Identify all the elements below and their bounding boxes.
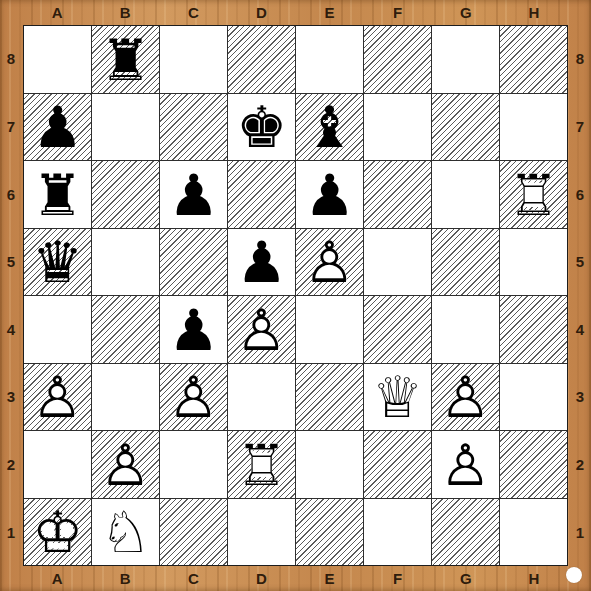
file-label-e: E xyxy=(296,566,364,591)
square-d7[interactable]: ♚ xyxy=(228,94,295,161)
square-d2[interactable]: ♜♖ xyxy=(228,431,295,498)
piece-black-pawn[interactable]: ♟ xyxy=(233,233,290,290)
square-b5[interactable] xyxy=(92,229,159,296)
square-h6[interactable]: ♜♖ xyxy=(500,161,567,228)
file-label-f: F xyxy=(364,566,432,591)
square-d8[interactable] xyxy=(228,26,295,93)
white-to-move-indicator xyxy=(566,567,582,583)
square-a3[interactable]: ♟♙ xyxy=(24,364,91,431)
piece-outline-glyph: ♙ xyxy=(301,233,358,290)
piece-white-rook[interactable]: ♜♖ xyxy=(233,436,290,493)
square-e1[interactable] xyxy=(296,499,363,566)
rank-label-5: 5 xyxy=(0,228,22,296)
square-h4[interactable] xyxy=(500,296,567,363)
rank-label-1: 1 xyxy=(569,498,591,566)
file-label-d: D xyxy=(227,566,295,591)
file-label-h: H xyxy=(500,566,568,591)
square-c7[interactable] xyxy=(160,94,227,161)
piece-outline-glyph: ♖ xyxy=(233,436,290,493)
piece-black-rook[interactable]: ♜ xyxy=(29,166,86,223)
square-f8[interactable] xyxy=(364,26,431,93)
square-f1[interactable] xyxy=(364,499,431,566)
square-c4[interactable]: ♟ xyxy=(160,296,227,363)
square-e5[interactable]: ♟♙ xyxy=(296,229,363,296)
piece-outline-glyph: ♙ xyxy=(165,368,222,425)
piece-outline-glyph: ♙ xyxy=(437,436,494,493)
piece-outline-glyph: ♘ xyxy=(97,503,154,560)
piece-white-king[interactable]: ♚♔ xyxy=(29,503,86,560)
piece-solid-glyph: ♝ xyxy=(301,98,358,155)
piece-black-pawn[interactable]: ♟ xyxy=(165,301,222,358)
square-b7[interactable] xyxy=(92,94,159,161)
square-c2[interactable] xyxy=(160,431,227,498)
rank-label-3: 3 xyxy=(0,363,22,431)
square-e2[interactable] xyxy=(296,431,363,498)
square-b8[interactable]: ♜ xyxy=(92,26,159,93)
piece-white-pawn[interactable]: ♟♙ xyxy=(437,436,494,493)
rank-label-6: 6 xyxy=(0,160,22,228)
file-label-c: C xyxy=(159,0,227,24)
rank-label-8: 8 xyxy=(0,25,22,93)
rank-label-2: 2 xyxy=(569,431,591,499)
square-f6[interactable] xyxy=(364,161,431,228)
rank-label-4: 4 xyxy=(0,296,22,364)
rank-labels-right: 87654321 xyxy=(569,25,591,566)
square-c1[interactable] xyxy=(160,499,227,566)
rank-label-6: 6 xyxy=(569,160,591,228)
square-b6[interactable] xyxy=(92,161,159,228)
square-a7[interactable]: ♟ xyxy=(24,94,91,161)
piece-white-pawn[interactable]: ♟♙ xyxy=(437,368,494,425)
file-label-e: E xyxy=(296,0,364,24)
square-h2[interactable] xyxy=(500,431,567,498)
square-a4[interactable] xyxy=(24,296,91,363)
piece-outline-glyph: ♙ xyxy=(233,301,290,358)
square-d4[interactable]: ♟♙ xyxy=(228,296,295,363)
rank-label-5: 5 xyxy=(569,228,591,296)
square-c3[interactable]: ♟♙ xyxy=(160,364,227,431)
square-f5[interactable] xyxy=(364,229,431,296)
square-g7[interactable] xyxy=(432,94,499,161)
square-a1[interactable]: ♚♔ xyxy=(24,499,91,566)
piece-solid-glyph: ♚ xyxy=(233,98,290,155)
rank-label-4: 4 xyxy=(569,296,591,364)
square-a5[interactable]: ♛ xyxy=(24,229,91,296)
piece-solid-glyph: ♜ xyxy=(29,166,86,223)
rank-label-8: 8 xyxy=(569,25,591,93)
square-d6[interactable] xyxy=(228,161,295,228)
piece-white-knight[interactable]: ♞♘ xyxy=(97,503,154,560)
square-h8[interactable] xyxy=(500,26,567,93)
piece-outline-glyph: ♙ xyxy=(29,368,86,425)
file-label-g: G xyxy=(432,0,500,24)
file-label-c: C xyxy=(159,566,227,591)
square-e8[interactable] xyxy=(296,26,363,93)
piece-black-pawn[interactable]: ♟ xyxy=(301,166,358,223)
square-g4[interactable] xyxy=(432,296,499,363)
square-e7[interactable]: ♝ xyxy=(296,94,363,161)
file-labels-top: ABCDEFGH xyxy=(23,0,568,24)
square-a6[interactable]: ♜ xyxy=(24,161,91,228)
piece-solid-glyph: ♟ xyxy=(165,301,222,358)
piece-black-bishop[interactable]: ♝ xyxy=(301,98,358,155)
rank-label-1: 1 xyxy=(0,498,22,566)
piece-white-pawn[interactable]: ♟♙ xyxy=(165,368,222,425)
piece-white-pawn[interactable]: ♟♙ xyxy=(29,368,86,425)
piece-black-queen[interactable]: ♛ xyxy=(29,233,86,290)
file-label-a: A xyxy=(23,566,91,591)
file-label-g: G xyxy=(432,566,500,591)
board-frame: ABCDEFGH ABCDEFGH 87654321 87654321 ♜♟♚♝… xyxy=(0,0,591,591)
square-g3[interactable]: ♟♙ xyxy=(432,364,499,431)
square-g5[interactable] xyxy=(432,229,499,296)
piece-white-queen[interactable]: ♛♕ xyxy=(369,368,426,425)
file-label-h: H xyxy=(500,0,568,24)
square-g6[interactable] xyxy=(432,161,499,228)
chess-board: ♜♟♚♝♜♟♟♜♖♛♟♟♙♟♟♙♟♙♟♙♛♕♟♙♟♙♜♖♟♙♚♔♞♘ xyxy=(23,25,568,566)
square-h7[interactable] xyxy=(500,94,567,161)
piece-outline-glyph: ♔ xyxy=(29,503,86,560)
piece-solid-glyph: ♟ xyxy=(165,166,222,223)
rank-label-2: 2 xyxy=(0,431,22,499)
piece-outline-glyph: ♙ xyxy=(437,368,494,425)
file-label-b: B xyxy=(91,566,159,591)
square-g1[interactable] xyxy=(432,499,499,566)
square-b4[interactable] xyxy=(92,296,159,363)
square-c6[interactable]: ♟ xyxy=(160,161,227,228)
file-labels-bottom: ABCDEFGH xyxy=(23,566,568,591)
square-a8[interactable] xyxy=(24,26,91,93)
square-d5[interactable]: ♟ xyxy=(228,229,295,296)
piece-white-pawn[interactable]: ♟♙ xyxy=(97,436,154,493)
square-b2[interactable]: ♟♙ xyxy=(92,431,159,498)
piece-white-rook[interactable]: ♜♖ xyxy=(505,166,562,223)
square-f4[interactable] xyxy=(364,296,431,363)
piece-solid-glyph: ♟ xyxy=(301,166,358,223)
square-g2[interactable]: ♟♙ xyxy=(432,431,499,498)
square-d1[interactable] xyxy=(228,499,295,566)
square-f2[interactable] xyxy=(364,431,431,498)
rank-labels-left: 87654321 xyxy=(0,25,22,566)
square-h1[interactable] xyxy=(500,499,567,566)
square-c5[interactable] xyxy=(160,229,227,296)
piece-black-king[interactable]: ♚ xyxy=(233,98,290,155)
square-a2[interactable] xyxy=(24,431,91,498)
square-e6[interactable]: ♟ xyxy=(296,161,363,228)
square-d3[interactable] xyxy=(228,364,295,431)
rank-label-7: 7 xyxy=(0,93,22,161)
square-b1[interactable]: ♞♘ xyxy=(92,499,159,566)
piece-white-pawn[interactable]: ♟♙ xyxy=(233,301,290,358)
piece-solid-glyph: ♛ xyxy=(29,233,86,290)
piece-solid-glyph: ♟ xyxy=(29,98,86,155)
file-label-d: D xyxy=(227,0,295,24)
piece-outline-glyph: ♖ xyxy=(505,166,562,223)
piece-white-pawn[interactable]: ♟♙ xyxy=(301,233,358,290)
piece-black-rook[interactable]: ♜ xyxy=(97,31,154,88)
piece-solid-glyph: ♟ xyxy=(233,233,290,290)
square-f3[interactable]: ♛♕ xyxy=(364,364,431,431)
square-b3[interactable] xyxy=(92,364,159,431)
piece-black-pawn[interactable]: ♟ xyxy=(165,166,222,223)
piece-outline-glyph: ♙ xyxy=(97,436,154,493)
rank-label-3: 3 xyxy=(569,363,591,431)
square-c8[interactable] xyxy=(160,26,227,93)
file-label-b: B xyxy=(91,0,159,24)
piece-black-pawn[interactable]: ♟ xyxy=(29,98,86,155)
piece-outline-glyph: ♕ xyxy=(369,368,426,425)
square-h5[interactable] xyxy=(500,229,567,296)
square-e3[interactable] xyxy=(296,364,363,431)
square-e4[interactable] xyxy=(296,296,363,363)
file-label-a: A xyxy=(23,0,91,24)
file-label-f: F xyxy=(364,0,432,24)
square-h3[interactable] xyxy=(500,364,567,431)
square-f7[interactable] xyxy=(364,94,431,161)
square-g8[interactable] xyxy=(432,26,499,93)
rank-label-7: 7 xyxy=(569,93,591,161)
piece-solid-glyph: ♜ xyxy=(97,31,154,88)
